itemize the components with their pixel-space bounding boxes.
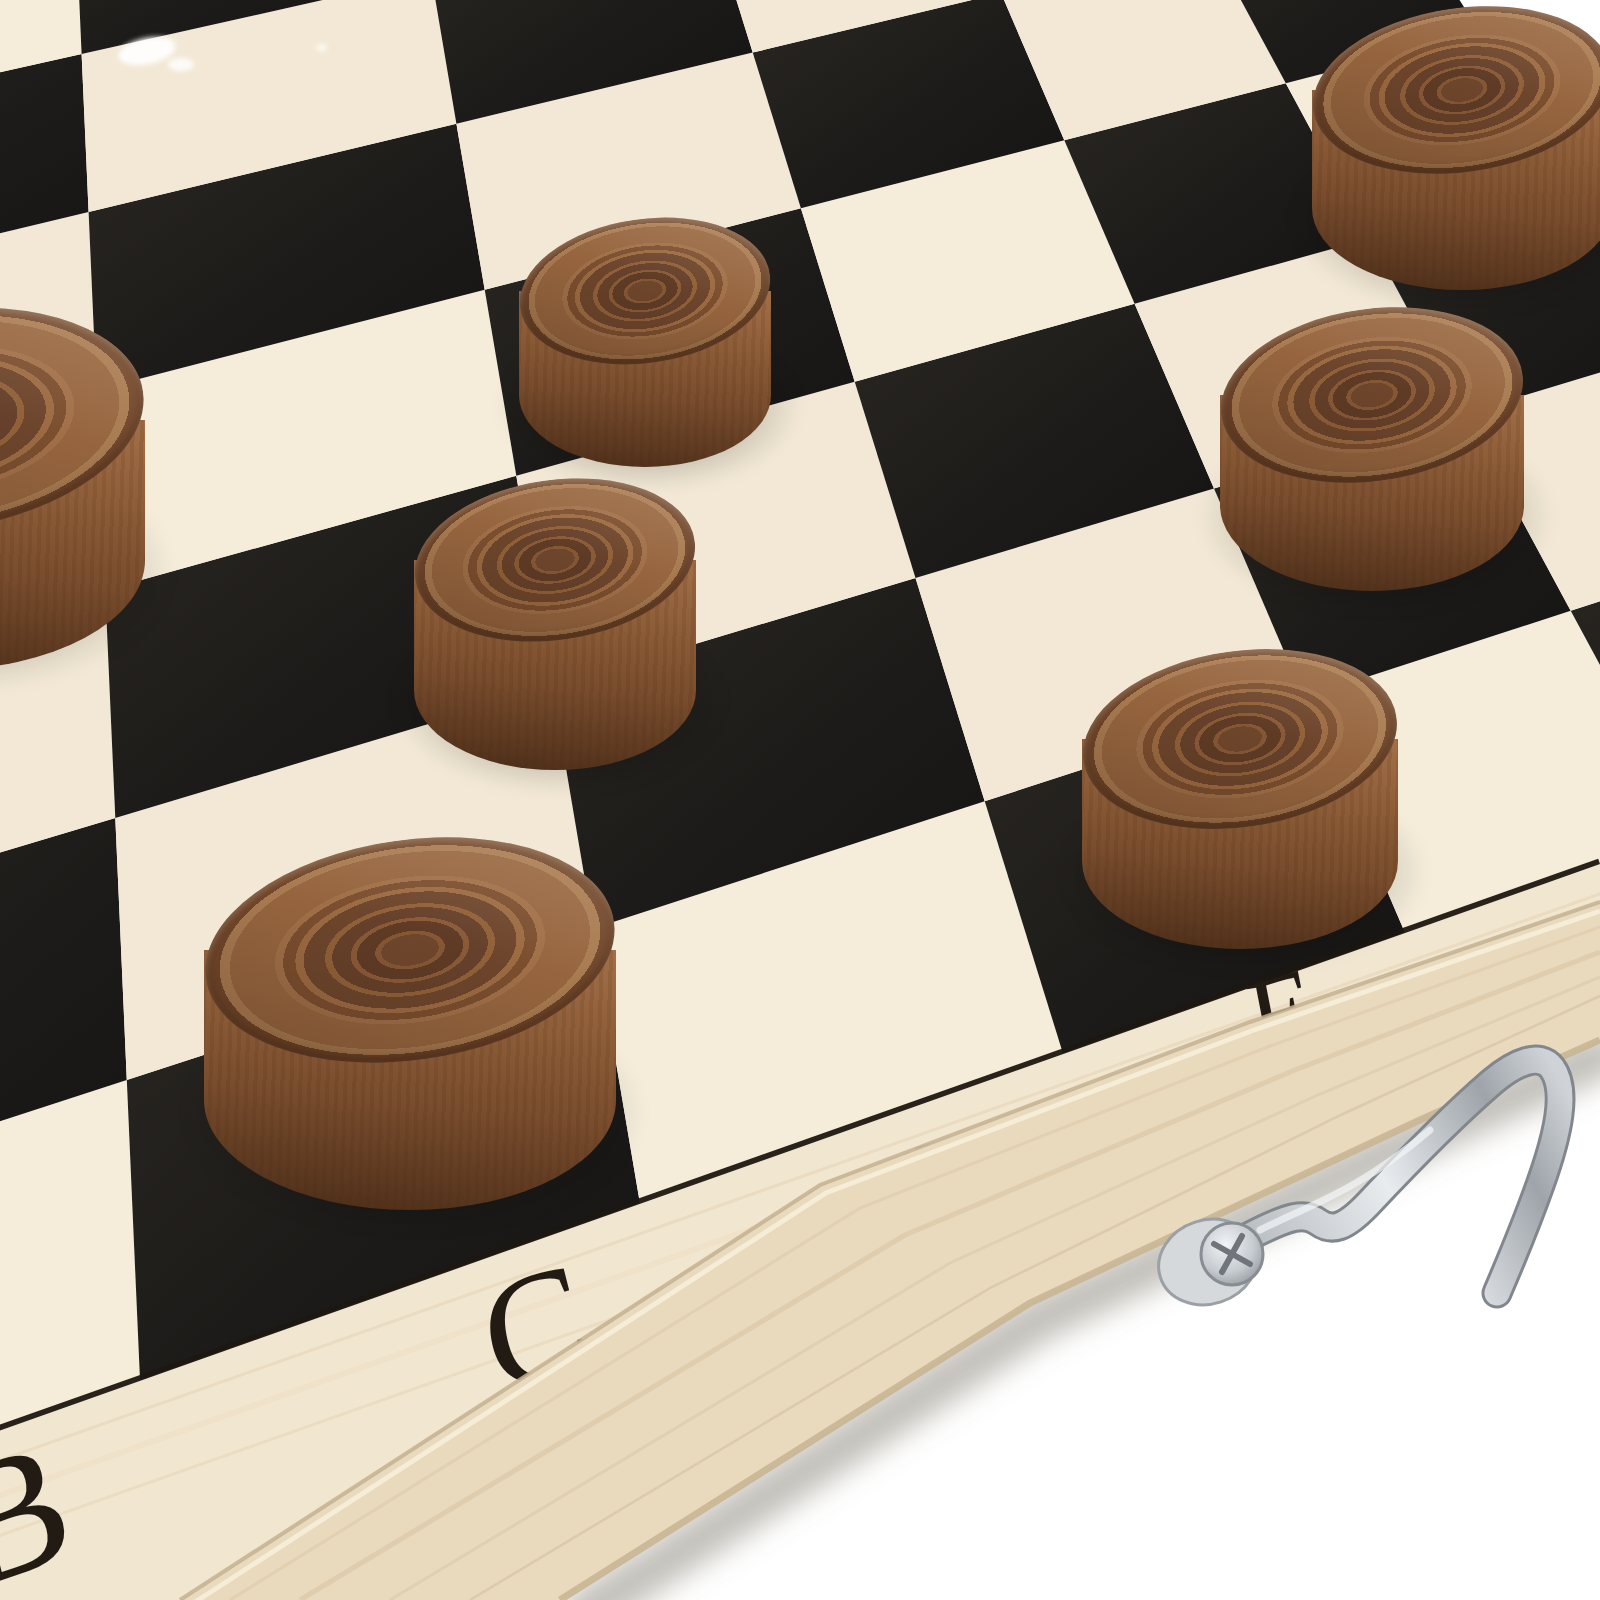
checkers-board: BCDE: [0, 0, 1600, 1600]
glare-dot: [316, 44, 327, 51]
glare-spot-small: [168, 58, 194, 71]
checkers-board-photo: BCDE: [0, 0, 1600, 1600]
